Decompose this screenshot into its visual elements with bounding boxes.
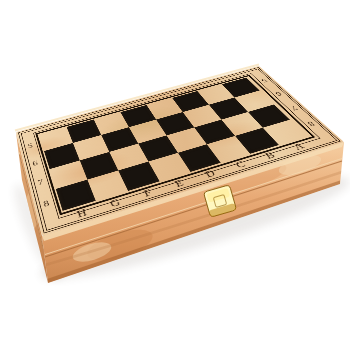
chess-box-product-photo: HGFEDCBA 5678 5678 [0, 0, 350, 350]
